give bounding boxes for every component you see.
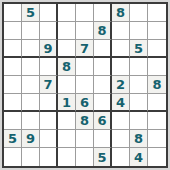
cell-r9c7[interactable] xyxy=(112,148,130,166)
cell-r6c1[interactable] xyxy=(4,94,22,112)
cell-r6c2[interactable] xyxy=(22,94,40,112)
cell-r7c4[interactable] xyxy=(58,112,76,130)
cell-r4c1[interactable] xyxy=(4,58,22,76)
cell-r1c6[interactable] xyxy=(94,4,112,22)
cell-r1c5[interactable] xyxy=(76,4,94,22)
cell-r1c2[interactable]: 5 xyxy=(22,4,40,22)
cell-r6c4[interactable]: 1 xyxy=(58,94,76,112)
cell-r7c2[interactable] xyxy=(22,112,40,130)
sudoku-board: 58897587281648659854 xyxy=(2,2,168,168)
cell-r5c5[interactable] xyxy=(76,76,94,94)
cell-r1c3[interactable] xyxy=(40,4,58,22)
cell-r7c5[interactable]: 8 xyxy=(76,112,94,130)
cell-r7c8[interactable] xyxy=(130,112,148,130)
cell-r5c9[interactable]: 8 xyxy=(148,76,166,94)
cell-r9c5[interactable] xyxy=(76,148,94,166)
cell-r8c6[interactable] xyxy=(94,130,112,148)
cell-r1c8[interactable] xyxy=(130,4,148,22)
cell-r3c7[interactable] xyxy=(112,40,130,58)
cell-r4c2[interactable] xyxy=(22,58,40,76)
cell-r2c1[interactable] xyxy=(4,22,22,40)
cell-r3c9[interactable] xyxy=(148,40,166,58)
cell-r4c3[interactable] xyxy=(40,58,58,76)
cell-r4c7[interactable] xyxy=(112,58,130,76)
cell-r3c3[interactable]: 9 xyxy=(40,40,58,58)
cell-r9c9[interactable] xyxy=(148,148,166,166)
cell-r9c8[interactable]: 4 xyxy=(130,148,148,166)
cell-r8c1[interactable]: 5 xyxy=(4,130,22,148)
cell-r2c6[interactable]: 8 xyxy=(94,22,112,40)
cell-r7c7[interactable] xyxy=(112,112,130,130)
cell-r4c9[interactable] xyxy=(148,58,166,76)
cell-r5c4[interactable] xyxy=(58,76,76,94)
cell-r1c1[interactable] xyxy=(4,4,22,22)
page: { "game": "sudoku", "position": ".5....8… xyxy=(0,0,170,170)
cell-r4c5[interactable] xyxy=(76,58,94,76)
cell-r7c6[interactable]: 6 xyxy=(94,112,112,130)
cell-r9c4[interactable] xyxy=(58,148,76,166)
cell-r5c1[interactable] xyxy=(4,76,22,94)
cell-r9c1[interactable] xyxy=(4,148,22,166)
cell-r3c8[interactable]: 5 xyxy=(130,40,148,58)
cell-r3c2[interactable] xyxy=(22,40,40,58)
cell-r2c3[interactable] xyxy=(40,22,58,40)
cell-r5c8[interactable] xyxy=(130,76,148,94)
cell-r8c8[interactable]: 8 xyxy=(130,130,148,148)
cell-r1c9[interactable] xyxy=(148,4,166,22)
cell-r4c6[interactable] xyxy=(94,58,112,76)
cell-r6c5[interactable]: 6 xyxy=(76,94,94,112)
cell-r8c5[interactable] xyxy=(76,130,94,148)
cell-r5c3[interactable]: 7 xyxy=(40,76,58,94)
cell-r6c7[interactable]: 4 xyxy=(112,94,130,112)
cell-r9c2[interactable] xyxy=(22,148,40,166)
cell-r8c7[interactable] xyxy=(112,130,130,148)
cell-r8c2[interactable]: 9 xyxy=(22,130,40,148)
cell-r2c2[interactable] xyxy=(22,22,40,40)
cell-r8c9[interactable] xyxy=(148,130,166,148)
cell-r1c4[interactable] xyxy=(58,4,76,22)
cell-r7c1[interactable] xyxy=(4,112,22,130)
cell-r8c4[interactable] xyxy=(58,130,76,148)
cell-r2c9[interactable] xyxy=(148,22,166,40)
cell-r5c7[interactable]: 2 xyxy=(112,76,130,94)
cell-r2c5[interactable] xyxy=(76,22,94,40)
cell-r7c9[interactable] xyxy=(148,112,166,130)
cell-r3c6[interactable] xyxy=(94,40,112,58)
cell-r2c4[interactable] xyxy=(58,22,76,40)
cell-r5c6[interactable] xyxy=(94,76,112,94)
cell-r4c8[interactable] xyxy=(130,58,148,76)
cell-r6c6[interactable] xyxy=(94,94,112,112)
cell-r4c4[interactable]: 8 xyxy=(58,58,76,76)
cell-r3c5[interactable]: 7 xyxy=(76,40,94,58)
cell-r3c4[interactable] xyxy=(58,40,76,58)
cell-r9c6[interactable]: 5 xyxy=(94,148,112,166)
cell-r6c8[interactable] xyxy=(130,94,148,112)
cell-r1c7[interactable]: 8 xyxy=(112,4,130,22)
cell-r8c3[interactable] xyxy=(40,130,58,148)
cell-r9c3[interactable] xyxy=(40,148,58,166)
cell-r2c7[interactable] xyxy=(112,22,130,40)
cell-r6c9[interactable] xyxy=(148,94,166,112)
cell-r5c2[interactable] xyxy=(22,76,40,94)
cell-r7c3[interactable] xyxy=(40,112,58,130)
cell-r2c8[interactable] xyxy=(130,22,148,40)
cell-r6c3[interactable] xyxy=(40,94,58,112)
cell-r3c1[interactable] xyxy=(4,40,22,58)
